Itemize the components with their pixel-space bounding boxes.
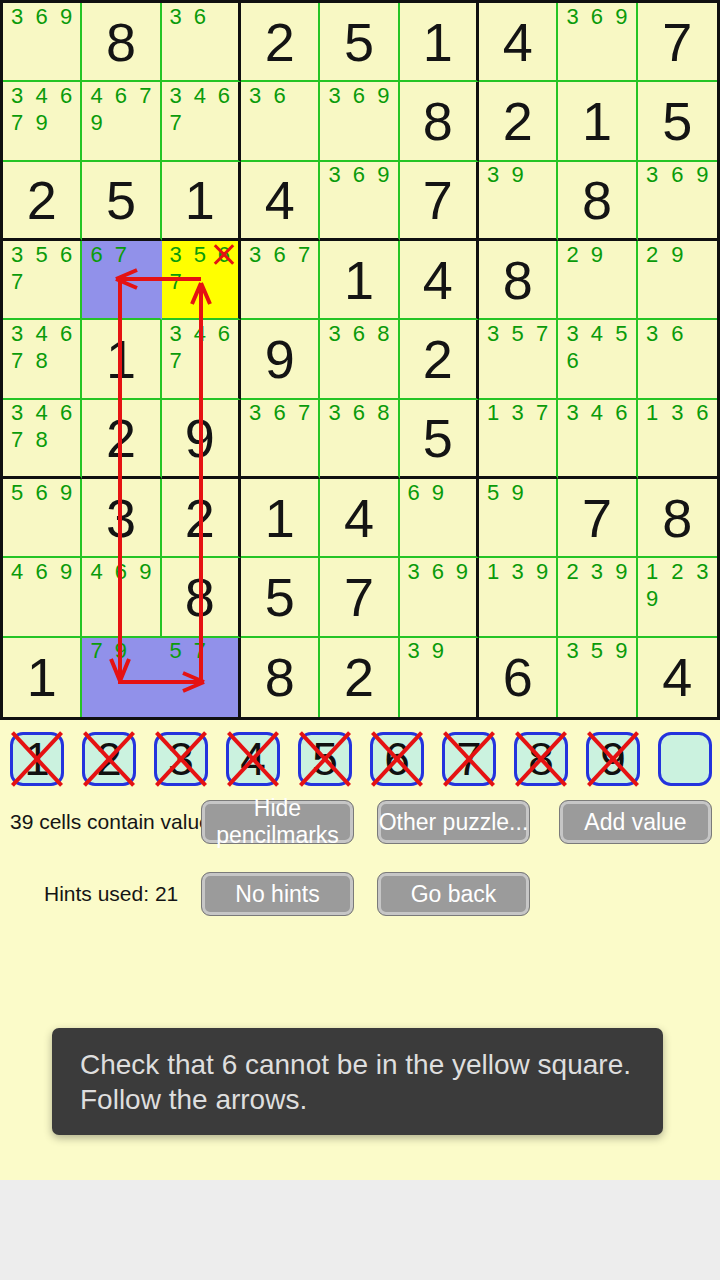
cell-value: 8	[400, 82, 476, 159]
pencilmark: 3	[164, 241, 188, 268]
hint-toast-message: Check that 6 cannot be in the yellow squ…	[80, 1047, 635, 1117]
pencilmark: 7	[5, 347, 29, 374]
pencilmarks: 368	[322, 400, 395, 427]
pencilmark: 8	[371, 320, 395, 347]
number-button-label: 6	[373, 735, 421, 783]
pencilmark: 3	[5, 3, 29, 30]
cell-r8c2[interactable]: 469	[82, 558, 161, 637]
cell-r1c7[interactable]: 4	[479, 3, 558, 82]
cell-r5c4[interactable]: 9	[241, 320, 320, 399]
pencilmark: 6	[665, 162, 690, 189]
pencilmarks: 36	[164, 3, 236, 30]
pencilmarks: 3456	[560, 320, 633, 374]
sudoku-app-screen: 3698362514369734679467934673636982152514…	[0, 0, 720, 1280]
cell-value: 7	[320, 558, 397, 635]
pencilmark: 3	[505, 400, 529, 427]
cell-r6c1[interactable]: 34678	[3, 400, 82, 479]
cell-value: 8	[558, 162, 635, 238]
add-value-button[interactable]: Add value	[559, 800, 712, 844]
pencilmarks: 369	[560, 3, 633, 30]
cell-r4c5[interactable]: 1	[320, 241, 399, 320]
number-button-label: 2	[85, 735, 133, 783]
hints-used-label: Hints used: 21	[44, 872, 178, 916]
cell-r3c9[interactable]: 369	[638, 162, 717, 241]
pencilmark: 9	[665, 241, 690, 268]
cell-r3c7[interactable]: 39	[479, 162, 558, 241]
pencilmark: 6	[347, 162, 371, 189]
pencilmark: 3	[690, 558, 715, 585]
cell-value: 9	[241, 320, 318, 397]
cell-r7c7[interactable]: 59	[479, 479, 558, 558]
cell-r3c1[interactable]: 2	[3, 162, 82, 241]
pencilmark: 6	[29, 3, 53, 30]
number-button-7[interactable]: 7	[442, 732, 496, 786]
cell-r9c6[interactable]: 39	[400, 638, 479, 717]
cell-r8c6[interactable]: 369	[400, 558, 479, 637]
cell-value: 5	[320, 3, 397, 80]
pencilmark: 5	[609, 320, 633, 347]
pencilmarks: 1239	[640, 558, 715, 612]
cell-value: 8	[638, 479, 717, 556]
pencilmark: 4	[29, 400, 53, 427]
cell-r8c7[interactable]: 139	[479, 558, 558, 637]
cell-r3c4[interactable]: 4	[241, 162, 320, 241]
pencilmark: 4	[585, 400, 609, 427]
cell-value: 4	[400, 241, 476, 318]
pencilmark: 9	[530, 558, 554, 585]
cell-r7c3[interactable]: 2	[162, 479, 241, 558]
pencilmarks: 79	[84, 638, 157, 665]
pencilmarks: 369	[402, 558, 474, 585]
pencilmark: 6	[54, 400, 78, 427]
pencilmarks: 239	[560, 558, 633, 585]
pencilmarks: 469	[84, 558, 157, 585]
pencilmark: 6	[267, 82, 291, 109]
pencilmarks: 57	[164, 638, 236, 665]
pencilmarks: 3567	[5, 241, 78, 295]
cell-r6c4[interactable]: 367	[241, 400, 320, 479]
pencilmark: 3	[164, 3, 188, 30]
cell-r2c7[interactable]: 2	[479, 82, 558, 161]
pencilmark: 4	[5, 558, 29, 585]
cell-value: 2	[3, 162, 80, 238]
number-button-label: 7	[445, 735, 493, 783]
cells-count-label: 39 cells contain values	[10, 800, 221, 844]
cell-r7c6[interactable]: 69	[400, 479, 479, 558]
number-button-6[interactable]: 6	[370, 732, 424, 786]
pencilmark: 6	[665, 320, 690, 347]
cell-r4c4[interactable]: 367	[241, 241, 320, 320]
cell-r9c7[interactable]: 6	[479, 638, 558, 717]
cell-value: 2	[241, 3, 318, 80]
pencilmark: 9	[133, 558, 157, 585]
pencilmark: 3	[560, 320, 584, 347]
pencilmarks: 569	[5, 479, 78, 506]
pencilmark: 9	[640, 585, 665, 612]
pencilmark: 6	[29, 479, 53, 506]
pencilmarks: 357	[481, 320, 554, 347]
number-button-label: 1	[13, 735, 61, 783]
pencilmark: 1	[640, 558, 665, 585]
cell-r5c3[interactable]: 3467	[162, 320, 241, 399]
pencilmark: 7	[5, 427, 29, 454]
cell-r9c8[interactable]: 359	[558, 638, 637, 717]
cell-r4c3[interactable]: 3567	[162, 241, 241, 320]
cell-value: 1	[241, 479, 318, 556]
cell-value: 2	[82, 400, 159, 476]
pencilmark: 3	[5, 320, 29, 347]
pencilmark: 4	[188, 82, 212, 109]
pencilmarks: 34678	[5, 320, 78, 374]
pencilmark: 3	[243, 82, 267, 109]
cell-r5c8[interactable]: 3456	[558, 320, 637, 399]
pencilmark: 7	[133, 82, 157, 109]
pencilmarks: 29	[560, 241, 633, 268]
cell-r2c1[interactable]: 34679	[3, 82, 82, 161]
pencilmark: 3	[322, 82, 346, 109]
pencilmark: 7	[84, 638, 108, 665]
pencilmark: 3	[5, 82, 29, 109]
pencilmark: 3	[243, 400, 267, 427]
cell-r2c8[interactable]: 1	[558, 82, 637, 161]
cell-r4c7[interactable]: 8	[479, 241, 558, 320]
cell-r6c8[interactable]: 346	[558, 400, 637, 479]
number-button-3[interactable]: 3	[154, 732, 208, 786]
number-button-blank[interactable]	[658, 732, 712, 786]
pencilmark: 1	[640, 400, 665, 427]
cell-r3c2[interactable]: 5	[82, 162, 161, 241]
number-button-label: 3	[157, 735, 205, 783]
cell-r7c5[interactable]: 4	[320, 479, 399, 558]
pencilmark: 9	[450, 558, 474, 585]
cell-r2c6[interactable]: 8	[400, 82, 479, 161]
cell-value: 8	[479, 241, 556, 318]
pencilmark: 6	[54, 241, 78, 268]
pencilmarks: 136	[640, 400, 715, 427]
pencilmark: 6	[347, 82, 371, 109]
pencilmark: 4	[84, 558, 108, 585]
pencilmark: 7	[188, 638, 212, 665]
number-button-label	[661, 735, 709, 783]
pencilmark: 6	[560, 347, 584, 374]
cell-value: 7	[638, 3, 717, 80]
cell-r6c3[interactable]: 9	[162, 400, 241, 479]
sudoku-board: 3698362514369734679467934673636982152514…	[0, 0, 720, 720]
pencilmark: 3	[481, 320, 505, 347]
pencilmarks: 3467	[164, 82, 236, 136]
pencilmark: 6	[690, 400, 715, 427]
pencilmark: 3	[5, 241, 29, 268]
pencilmarks: 359	[560, 638, 633, 665]
pencilmark: 9	[54, 3, 78, 30]
cell-r4c6[interactable]: 4	[400, 241, 479, 320]
cell-value: 9	[162, 400, 238, 476]
cell-value: 5	[82, 162, 159, 238]
pencilmarks: 346	[560, 400, 633, 427]
pencilmark: 6	[347, 320, 371, 347]
pencilmark: 9	[54, 479, 78, 506]
cell-value: 1	[82, 320, 159, 397]
cell-r5c6[interactable]: 2	[400, 320, 479, 399]
pencilmarks: 4679	[84, 82, 157, 136]
pencilmark: 6	[212, 82, 236, 109]
pencilmark: 3	[481, 162, 505, 189]
cell-r2c9[interactable]: 5	[638, 82, 717, 161]
pencilmark: 6	[402, 479, 426, 506]
pencilmark: 6	[54, 82, 78, 109]
cell-r8c9[interactable]: 1239	[638, 558, 717, 637]
pencilmark: 6	[188, 3, 212, 30]
cell-value: 1	[320, 241, 397, 318]
number-button-2[interactable]: 2	[82, 732, 136, 786]
pencilmark: 3	[322, 320, 346, 347]
cell-r9c3[interactable]: 57	[162, 638, 241, 717]
pencilmark: 3	[164, 82, 188, 109]
pencilmark: 9	[585, 241, 609, 268]
cell-r8c3[interactable]: 8	[162, 558, 241, 637]
pencilmark: 7	[109, 241, 133, 268]
number-button-label: 8	[517, 735, 565, 783]
cell-r1c6[interactable]: 1	[400, 3, 479, 82]
cell-r9c9[interactable]: 4	[638, 638, 717, 717]
pencilmark: 6	[109, 82, 133, 109]
pencilmark: 7	[164, 347, 188, 374]
cell-r1c3[interactable]: 36	[162, 3, 241, 82]
pencilmarks: 36	[640, 320, 715, 347]
pencilmark: 6	[267, 400, 291, 427]
pencilmark: 5	[5, 479, 29, 506]
pencilmark: 7	[292, 241, 316, 268]
pencilmark: 3	[5, 400, 29, 427]
pencilmark: 2	[665, 558, 690, 585]
pencilmark: 3	[560, 400, 584, 427]
pencilmark: 6	[212, 320, 236, 347]
pencilmark: 3	[505, 558, 529, 585]
cell-r4c8[interactable]: 29	[558, 241, 637, 320]
pencilmark: 3	[560, 638, 584, 665]
number-button-9[interactable]: 9	[586, 732, 640, 786]
pencilmarks: 39	[402, 638, 474, 665]
cell-r7c9[interactable]: 8	[638, 479, 717, 558]
pencilmark: 6	[267, 241, 291, 268]
pencilmarks: 367	[243, 400, 316, 427]
cell-r5c7[interactable]: 357	[479, 320, 558, 399]
pencilmark: 9	[609, 3, 633, 30]
pencilmark: 6	[54, 320, 78, 347]
cell-r7c4[interactable]: 1	[241, 479, 320, 558]
cell-r9c1[interactable]: 1	[3, 638, 82, 717]
pencilmark: 3	[402, 558, 426, 585]
cell-value: 5	[400, 400, 476, 476]
pencilmark: 4	[188, 320, 212, 347]
pencilmark: 5	[188, 241, 212, 268]
hint-toast: Check that 6 cannot be in the yellow squ…	[52, 1028, 663, 1135]
cell-value: 2	[479, 82, 556, 159]
cell-r5c1[interactable]: 34678	[3, 320, 82, 399]
pencilmark: 1	[481, 558, 505, 585]
pencilmarks: 34678	[5, 400, 78, 454]
cell-r6c5[interactable]: 368	[320, 400, 399, 479]
cell-r7c2[interactable]: 3	[82, 479, 161, 558]
pencilmark: 9	[505, 162, 529, 189]
pencilmarks: 3567	[164, 241, 236, 295]
pencilmark: 1	[481, 400, 505, 427]
pencilmarks: 69	[402, 479, 474, 506]
pencilmark: 7	[530, 400, 554, 427]
pencilmark: 3	[322, 162, 346, 189]
pencilmark: 7	[5, 109, 29, 136]
cell-r3c5[interactable]: 369	[320, 162, 399, 241]
cell-r6c2[interactable]: 2	[82, 400, 161, 479]
pencilmark: 7	[292, 400, 316, 427]
cell-r1c9[interactable]: 7	[638, 3, 717, 82]
pencilmark: 9	[426, 479, 450, 506]
cell-value: 4	[479, 3, 556, 80]
cell-r9c2[interactable]: 79	[82, 638, 161, 717]
cell-r5c9[interactable]: 36	[638, 320, 717, 399]
cell-r5c5[interactable]: 368	[320, 320, 399, 399]
pencilmark: 4	[29, 82, 53, 109]
cell-r2c2[interactable]: 4679	[82, 82, 161, 161]
cell-r5c2[interactable]: 1	[82, 320, 161, 399]
cell-r4c2[interactable]: 67	[82, 241, 161, 320]
cell-r6c9[interactable]: 136	[638, 400, 717, 479]
cell-r9c4[interactable]: 8	[241, 638, 320, 717]
cell-r3c3[interactable]: 1	[162, 162, 241, 241]
cell-r2c3[interactable]: 3467	[162, 82, 241, 161]
pencilmark: 3	[402, 638, 426, 665]
pencilmarks: 34679	[5, 82, 78, 136]
cell-r2c5[interactable]: 369	[320, 82, 399, 161]
cell-r7c8[interactable]: 7	[558, 479, 637, 558]
cell-r8c5[interactable]: 7	[320, 558, 399, 637]
pencilmarks: 369	[5, 3, 78, 30]
cell-value: 7	[558, 479, 635, 556]
pencilmarks: 369	[322, 162, 395, 189]
pencilmark: 5	[29, 241, 53, 268]
cell-r7c1[interactable]: 569	[3, 479, 82, 558]
pencilmark: 4	[585, 320, 609, 347]
pencilmark: 9	[29, 109, 53, 136]
cell-value: 2	[320, 638, 397, 717]
cell-value: 1	[162, 162, 238, 238]
cell-value: 1	[3, 638, 80, 717]
cell-r3c6[interactable]: 7	[400, 162, 479, 241]
pencilmark: 3	[640, 162, 665, 189]
cell-r6c6[interactable]: 5	[400, 400, 479, 479]
pencilmarks: 3467	[164, 320, 236, 374]
pencilmark: 6	[585, 3, 609, 30]
cell-value: 5	[638, 82, 717, 159]
number-button-5[interactable]: 5	[298, 732, 352, 786]
cell-value: 4	[241, 162, 318, 238]
cell-value: 7	[400, 162, 476, 238]
pencilmark: 6	[347, 400, 371, 427]
pencilmark: 9	[609, 558, 633, 585]
pencilmark: 6	[609, 400, 633, 427]
cell-r8c4[interactable]: 5	[241, 558, 320, 637]
cell-value: 4	[638, 638, 717, 717]
pencilmarks: 469	[5, 558, 78, 585]
pencilmark: 9	[84, 109, 108, 136]
pencilmark: 8	[29, 427, 53, 454]
cell-value: 6	[479, 638, 556, 717]
pencilmarks: 368	[322, 320, 395, 347]
pencilmark: 2	[560, 558, 584, 585]
pencilmarks: 137	[481, 400, 554, 427]
other-puzzle-button[interactable]: Other puzzle...	[377, 800, 530, 844]
pencilmark: 2	[560, 241, 584, 268]
cell-r4c1[interactable]: 3567	[3, 241, 82, 320]
cell-value: 8	[162, 558, 238, 635]
cell-r1c5[interactable]: 5	[320, 3, 399, 82]
bottom-strip	[0, 1180, 720, 1280]
cell-r8c1[interactable]: 469	[3, 558, 82, 637]
cell-value: 2	[400, 320, 476, 397]
pencilmark: 5	[585, 638, 609, 665]
number-button-8[interactable]: 8	[514, 732, 568, 786]
number-button-label: 9	[589, 735, 637, 783]
number-button-1[interactable]: 1	[10, 732, 64, 786]
pencilmark: 7	[164, 268, 188, 295]
cell-r9c5[interactable]: 2	[320, 638, 399, 717]
pencilmark: 7	[5, 268, 29, 295]
cell-r1c2[interactable]: 8	[82, 3, 161, 82]
pencilmark: 4	[84, 82, 108, 109]
cell-r1c8[interactable]: 369	[558, 3, 637, 82]
pencilmark: 9	[505, 479, 529, 506]
number-button-row: 123456789	[0, 732, 720, 786]
pencilmarks: 59	[481, 479, 554, 506]
pencilmark: 5	[505, 320, 529, 347]
pencilmark: 4	[29, 320, 53, 347]
cell-value: 8	[82, 3, 159, 80]
cell-r3c8[interactable]: 8	[558, 162, 637, 241]
cell-r6c7[interactable]: 137	[479, 400, 558, 479]
pencilmark: 9	[371, 162, 395, 189]
pencilmark: 9	[371, 82, 395, 109]
cell-r4c9[interactable]: 29	[638, 241, 717, 320]
hide-pencilmarks-button[interactable]: Hide pencilmarks	[201, 800, 354, 844]
cell-r8c8[interactable]: 239	[558, 558, 637, 637]
number-button-label: 4	[229, 735, 277, 783]
pencilmark: 7	[164, 109, 188, 136]
pencilmark: 9	[690, 162, 715, 189]
cell-value: 8	[241, 638, 318, 717]
pencilmark: 9	[426, 638, 450, 665]
pencilmark: 6	[84, 241, 108, 268]
pencilmark: 8	[29, 347, 53, 374]
no-hints-button[interactable]: No hints	[201, 872, 354, 916]
pencilmark: 5	[481, 479, 505, 506]
go-back-button[interactable]: Go back	[377, 872, 530, 916]
pencilmark: 9	[609, 638, 633, 665]
pencilmark: 3	[585, 558, 609, 585]
cell-value: 4	[320, 479, 397, 556]
cell-r1c1[interactable]: 369	[3, 3, 82, 82]
cell-value: 2	[162, 479, 238, 556]
pencilmarks: 367	[243, 241, 316, 268]
pencilmarks: 369	[322, 82, 395, 109]
pencilmarks: 39	[481, 162, 554, 189]
pencilmark: 3	[164, 320, 188, 347]
pencilmark: 3	[322, 400, 346, 427]
cell-value: 1	[400, 3, 476, 80]
number-button-4[interactable]: 4	[226, 732, 280, 786]
cell-r1c4[interactable]: 2	[241, 3, 320, 82]
cell-r2c4[interactable]: 36	[241, 82, 320, 161]
pencilmark: 7	[530, 320, 554, 347]
